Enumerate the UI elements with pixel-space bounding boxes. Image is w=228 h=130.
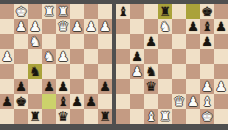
black-king-icon: ♚: [15, 94, 27, 109]
square-left-r2c3[interactable]: ♟: [28, 19, 42, 34]
square-left-r5c1[interactable]: [0, 64, 14, 79]
square-right-r6c4[interactable]: [158, 79, 172, 94]
square-left-r4c6[interactable]: [70, 49, 84, 64]
square-left-r3c6[interactable]: [70, 34, 84, 49]
black-pawn-icon: ♟: [1, 94, 13, 109]
square-left-r1c2[interactable]: ♚: [14, 4, 28, 19]
square-right-r7c4[interactable]: [158, 94, 172, 109]
square-right-r4c4[interactable]: [158, 49, 172, 64]
white-pawn-icon: ♟: [215, 79, 227, 94]
square-left-r6c8[interactable]: ♟: [98, 79, 112, 94]
square-right-r8c6[interactable]: [186, 109, 200, 124]
square-right-r2c5[interactable]: [172, 19, 186, 34]
white-pawn-icon: ♟: [201, 79, 213, 94]
square-left-r7c8[interactable]: [98, 94, 112, 109]
square-left-r7c7[interactable]: ♟: [84, 94, 98, 109]
square-left-r6c5[interactable]: ♟: [56, 79, 70, 94]
square-left-r4c8[interactable]: [98, 49, 112, 64]
square-left-r3c4[interactable]: [42, 34, 56, 49]
square-left-r3c1[interactable]: [0, 34, 14, 49]
black-pawn-icon: ♟: [43, 79, 55, 94]
square-left-r1c1[interactable]: [0, 4, 14, 19]
square-left-r6c7[interactable]: [84, 79, 98, 94]
square-left-r5c8[interactable]: [98, 64, 112, 79]
square-left-r2c7[interactable]: ♟: [84, 19, 98, 34]
white-pawn-icon: ♟: [187, 94, 199, 109]
square-right-r8c3[interactable]: ♝: [144, 109, 158, 124]
black-rook-icon: ♜: [99, 109, 111, 124]
square-right-r4c7[interactable]: [200, 49, 214, 64]
square-left-r6c3[interactable]: [28, 79, 42, 94]
square-right-r1c1[interactable]: ♝: [116, 4, 130, 19]
square-right-r3c7[interactable]: ♟: [200, 34, 214, 49]
white-pawn-icon: ♟: [99, 19, 111, 34]
square-right-r6c6[interactable]: [186, 79, 200, 94]
square-right-r6c7[interactable]: ♟: [200, 79, 214, 94]
black-pawn-icon: ♟: [57, 79, 69, 94]
boards-row: ♚♜♜♟♟♛♟♟♟♞♟♞♟♞♟♟♟♟♟♚♝♟♟♜♛♜ ♝♜♚♞♟♝♟♟♟♟♟♞♛…: [0, 4, 228, 124]
black-bishop-icon: ♝: [57, 94, 69, 109]
square-right-r8c8[interactable]: [214, 109, 228, 124]
square-right-r5c1[interactable]: [116, 64, 130, 79]
white-pawn-icon: ♟: [1, 49, 13, 64]
square-right-r8c2[interactable]: [130, 109, 144, 124]
square-left-r1c7[interactable]: [84, 4, 98, 19]
square-right-r5c4[interactable]: [158, 64, 172, 79]
square-right-r6c5[interactable]: [172, 79, 186, 94]
square-left-r5c7[interactable]: [84, 64, 98, 79]
white-queen-icon: ♛: [173, 94, 185, 109]
square-right-r5c7[interactable]: [200, 64, 214, 79]
square-right-r4c3[interactable]: [144, 49, 158, 64]
white-rook-icon: ♜: [57, 4, 69, 19]
square-right-r2c1[interactable]: [116, 19, 130, 34]
black-pawn-icon: ♟: [131, 49, 143, 64]
square-left-r5c4[interactable]: [42, 64, 56, 79]
square-left-r1c6[interactable]: [70, 4, 84, 19]
square-right-r3c8[interactable]: [214, 34, 228, 49]
square-right-r4c5[interactable]: [172, 49, 186, 64]
square-left-r7c3[interactable]: [28, 94, 42, 109]
square-right-r2c2[interactable]: [130, 19, 144, 34]
black-pawn-icon: ♟: [187, 19, 199, 34]
square-left-r5c6[interactable]: [70, 64, 84, 79]
black-pawn-icon: ♟: [85, 94, 97, 109]
square-left-r1c4[interactable]: ♜: [42, 4, 56, 19]
square-right-r4c8[interactable]: [214, 49, 228, 64]
white-pawn-icon: ♟: [57, 49, 69, 64]
black-pawn-icon: ♟: [215, 19, 227, 34]
square-right-r5c5[interactable]: [172, 64, 186, 79]
square-left-r7c6[interactable]: ♟: [70, 94, 84, 109]
square-left-r4c2[interactable]: [14, 49, 28, 64]
black-knight-icon: ♞: [29, 64, 41, 79]
square-left-r1c8[interactable]: [98, 4, 112, 19]
square-left-r4c4[interactable]: ♞: [42, 49, 56, 64]
square-left-r8c1[interactable]: [0, 109, 14, 124]
square-right-r1c7[interactable]: ♚: [200, 4, 214, 19]
square-right-r7c1[interactable]: [116, 94, 130, 109]
square-left-r2c5[interactable]: ♛: [56, 19, 70, 34]
white-knight-icon: ♞: [43, 49, 55, 64]
square-left-r4c7[interactable]: [84, 49, 98, 64]
square-right-r3c3[interactable]: ♟: [144, 34, 158, 49]
white-knight-icon: ♞: [29, 34, 41, 49]
square-left-r8c2[interactable]: [14, 109, 28, 124]
square-right-r6c2[interactable]: [130, 79, 144, 94]
square-right-r1c4[interactable]: ♜: [158, 4, 172, 19]
square-left-r2c2[interactable]: ♟: [14, 19, 28, 34]
black-rook-icon: ♜: [29, 109, 41, 124]
square-right-r2c3[interactable]: [144, 19, 158, 34]
square-right-r1c6[interactable]: [186, 4, 200, 19]
square-right-r1c8[interactable]: [214, 4, 228, 19]
square-right-r7c6[interactable]: ♟: [186, 94, 200, 109]
square-left-r3c7[interactable]: [84, 34, 98, 49]
square-right-r6c8[interactable]: ♟: [214, 79, 228, 94]
square-left-r8c6[interactable]: [70, 109, 84, 124]
square-right-r4c6[interactable]: [186, 49, 200, 64]
square-right-r8c1[interactable]: [116, 109, 130, 124]
white-pawn-icon: ♟: [85, 19, 97, 34]
square-left-r8c7[interactable]: [84, 109, 98, 124]
square-left-r1c5[interactable]: ♜: [56, 4, 70, 19]
square-left-r8c4[interactable]: [42, 109, 56, 124]
square-left-r3c5[interactable]: [56, 34, 70, 49]
square-right-r1c2[interactable]: [130, 4, 144, 19]
white-queen-icon: ♛: [57, 19, 69, 34]
square-right-r3c4[interactable]: [158, 34, 172, 49]
dual-chess-diagram: ♚♜♜♟♟♛♟♟♟♞♟♞♟♞♟♟♟♟♟♚♝♟♟♜♛♜ ♝♜♚♞♟♝♟♟♟♟♟♞♛…: [0, 0, 228, 130]
square-right-r8c4[interactable]: ♜: [158, 109, 172, 124]
white-king-icon: ♚: [201, 109, 213, 124]
black-pawn-icon: ♟: [99, 79, 111, 94]
black-knight-icon: ♞: [145, 64, 157, 79]
square-left-r6c4[interactable]: ♟: [42, 79, 56, 94]
black-pawn-icon: ♟: [71, 94, 83, 109]
white-king-icon: ♚: [15, 4, 27, 19]
square-right-r4c2[interactable]: ♟: [130, 49, 144, 64]
square-right-r2c6[interactable]: ♟: [186, 19, 200, 34]
square-left-r8c8[interactable]: ♜: [98, 109, 112, 124]
square-left-r4c3[interactable]: [28, 49, 42, 64]
chess-board-left: ♚♜♜♟♟♛♟♟♟♞♟♞♟♞♟♟♟♟♟♚♝♟♟♜♛♜: [0, 4, 112, 124]
square-right-r5c3[interactable]: ♞: [144, 64, 158, 79]
square-right-r7c5[interactable]: ♛: [172, 94, 186, 109]
square-left-r5c5[interactable]: [56, 64, 70, 79]
black-pawn-icon: ♟: [201, 34, 213, 49]
square-left-r7c1[interactable]: ♟: [0, 94, 14, 109]
square-left-r4c1[interactable]: ♟: [0, 49, 14, 64]
square-left-r1c3[interactable]: [28, 4, 42, 19]
square-right-r3c6[interactable]: [186, 34, 200, 49]
white-rook-icon: ♜: [43, 4, 55, 19]
square-right-r6c3[interactable]: ♛: [144, 79, 158, 94]
black-queen-icon: ♛: [57, 109, 69, 124]
square-left-r3c2[interactable]: [14, 34, 28, 49]
white-knight-icon: ♞: [159, 19, 171, 34]
square-right-r3c5[interactable]: [172, 34, 186, 49]
square-right-r4c1[interactable]: [116, 49, 130, 64]
square-left-r7c4[interactable]: [42, 94, 56, 109]
square-left-r6c2[interactable]: ♟: [14, 79, 28, 94]
square-left-r6c6[interactable]: [70, 79, 84, 94]
square-right-r1c3[interactable]: [144, 4, 158, 19]
white-pawn-icon: ♟: [15, 19, 27, 34]
white-pawn-icon: ♟: [71, 19, 83, 34]
bottom-border: [0, 124, 228, 130]
square-left-r2c8[interactable]: ♟: [98, 19, 112, 34]
square-left-r2c4[interactable]: [42, 19, 56, 34]
black-pawn-icon: ♟: [15, 79, 27, 94]
square-right-r5c2[interactable]: ♟: [130, 64, 144, 79]
chess-board-right: ♝♜♚♞♟♝♟♟♟♟♟♞♛♟♟♛♟♝♝♜♚: [116, 4, 228, 124]
white-pawn-icon: ♟: [29, 19, 41, 34]
square-left-r7c2[interactable]: ♚: [14, 94, 28, 109]
square-right-r8c7[interactable]: ♚: [200, 109, 214, 124]
square-left-r5c2[interactable]: [14, 64, 28, 79]
square-left-r8c3[interactable]: ♜: [28, 109, 42, 124]
square-right-r5c6[interactable]: [186, 64, 200, 79]
square-left-r8c5[interactable]: ♛: [56, 109, 70, 124]
black-bishop-icon: ♝: [201, 19, 213, 34]
square-right-r5c8[interactable]: [214, 64, 228, 79]
square-right-r2c4[interactable]: ♞: [158, 19, 172, 34]
black-queen-icon: ♛: [145, 79, 157, 94]
square-left-r2c1[interactable]: [0, 19, 14, 34]
black-rook-icon: ♜: [159, 4, 171, 19]
square-right-r8c5[interactable]: [172, 109, 186, 124]
square-right-r3c2[interactable]: [130, 34, 144, 49]
square-right-r7c3[interactable]: [144, 94, 158, 109]
square-left-r2c6[interactable]: ♟: [70, 19, 84, 34]
white-pawn-icon: ♟: [131, 64, 143, 79]
square-right-r2c8[interactable]: ♟: [214, 19, 228, 34]
square-right-r7c8[interactable]: [214, 94, 228, 109]
square-right-r7c7[interactable]: ♝: [200, 94, 214, 109]
black-bishop-icon: ♝: [117, 4, 129, 19]
square-left-r5c3[interactable]: ♞: [28, 64, 42, 79]
black-king-icon: ♚: [201, 4, 213, 19]
white-rook-icon: ♜: [159, 109, 171, 124]
square-left-r7c5[interactable]: ♝: [56, 94, 70, 109]
square-left-r4c5[interactable]: ♟: [56, 49, 70, 64]
square-left-r3c3[interactable]: ♞: [28, 34, 42, 49]
square-right-r7c2[interactable]: [130, 94, 144, 109]
square-right-r3c1[interactable]: [116, 34, 130, 49]
square-right-r1c5[interactable]: [172, 4, 186, 19]
square-left-r6c1[interactable]: [0, 79, 14, 94]
square-left-r3c8[interactable]: [98, 34, 112, 49]
white-bishop-icon: ♝: [145, 109, 157, 124]
square-right-r6c1[interactable]: [116, 79, 130, 94]
white-bishop-icon: ♝: [201, 94, 213, 109]
square-right-r2c7[interactable]: ♝: [200, 19, 214, 34]
black-pawn-icon: ♟: [145, 34, 157, 49]
